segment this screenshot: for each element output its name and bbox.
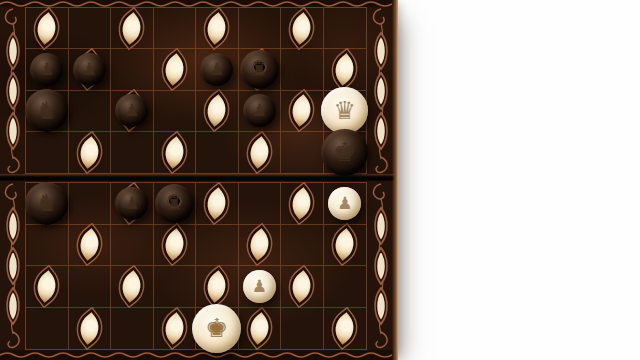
square-g8[interactable] [281,8,324,49]
vine-chain [0,182,26,350]
board-right-edge [392,0,398,360]
board-grid-lower-half: ♞♟♜♟♟♚ [25,182,367,350]
black-pawn[interactable]: ♟ [200,53,233,86]
video-frame: ♟♟♟♜♞♟♟♛♚ ♞♟♜♟♟♚ [0,0,640,360]
piece-glyph: ♟ [252,102,267,119]
vine-border-right-upper [368,7,394,175]
square-h1[interactable] [324,308,367,350]
square-h3[interactable] [324,225,367,267]
white-king[interactable]: ♚ [192,304,241,353]
leaf-inlay [73,229,105,261]
leaf-inlay [286,94,318,126]
square-e8[interactable] [196,8,239,49]
vine-border-left-upper [0,7,26,175]
vine-chain [368,182,394,350]
square-h6[interactable]: ♛ [324,91,367,132]
square-d3[interactable] [154,225,197,267]
square-h7[interactable] [324,49,367,90]
square-b4[interactable] [69,183,112,225]
square-b6[interactable] [69,91,112,132]
white-queen[interactable]: ♛ [321,87,368,134]
vine-border-left-lower [0,182,26,350]
piece-glyph: ♟ [124,195,139,212]
square-a7[interactable]: ♟ [26,49,69,90]
vine-chain [368,7,394,175]
square-g3[interactable] [281,225,324,267]
black-pawn[interactable]: ♟ [115,187,148,220]
piece-glyph: ♚ [333,139,356,165]
square-a1[interactable] [26,308,69,350]
square-d4[interactable]: ♜ [154,183,197,225]
square-d6[interactable] [154,91,197,132]
piece-glyph: ♟ [124,102,139,119]
square-e6[interactable] [196,91,239,132]
piece-glyph: ♟ [337,195,352,212]
black-pawn[interactable]: ♟ [115,94,148,127]
square-b3[interactable] [69,225,112,267]
square-c3[interactable] [111,225,154,267]
square-b2[interactable] [69,266,112,308]
piece-glyph: ♟ [82,61,97,78]
square-e3[interactable] [196,225,239,267]
chess-board: ♟♟♟♜♞♟♟♛♚ ♞♟♜♟♟♚ [0,0,398,360]
leaf-inlay [201,94,233,126]
square-d8[interactable] [154,8,197,49]
square-f6[interactable]: ♟ [239,91,282,132]
leaf-inlay [329,229,361,261]
square-h8[interactable] [324,8,367,49]
square-a8[interactable] [26,8,69,49]
square-b5[interactable] [69,132,112,173]
square-c8[interactable] [111,8,154,49]
square-d7[interactable] [154,49,197,90]
square-f1[interactable] [239,308,282,350]
square-c7[interactable] [111,49,154,90]
square-a5[interactable] [26,132,69,173]
square-g6[interactable] [281,91,324,132]
piece-glyph: ♞ [36,191,58,215]
leaf-inlay [329,53,361,85]
leaf-inlay [201,12,233,44]
square-d5[interactable] [154,132,197,173]
square-g1[interactable] [281,308,324,350]
leaf-inlay [243,312,275,344]
square-e2[interactable] [196,266,239,308]
white-pawn[interactable]: ♟ [328,187,361,220]
square-g2[interactable] [281,266,324,308]
square-c1[interactable] [111,308,154,350]
square-f8[interactable] [239,8,282,49]
piece-glyph: ♜ [165,193,183,213]
leaf-inlay [201,187,233,219]
white-pawn[interactable]: ♟ [243,270,276,303]
black-rook[interactable]: ♜ [155,184,194,223]
square-a4[interactable]: ♞ [26,183,69,225]
square-e7[interactable]: ♟ [196,49,239,90]
square-c2[interactable] [111,266,154,308]
square-f4[interactable] [239,183,282,225]
vine-border-right-lower [368,182,394,350]
square-h2[interactable] [324,266,367,308]
piece-glyph: ♟ [252,278,267,295]
black-pawn[interactable]: ♟ [243,94,276,127]
square-b1[interactable] [69,308,112,350]
wavy-line [0,350,394,360]
square-g4[interactable] [281,183,324,225]
square-h5[interactable]: ♚ [324,132,367,173]
leaf-inlay [31,270,63,302]
square-f5[interactable] [239,132,282,173]
square-a2[interactable] [26,266,69,308]
square-e1[interactable]: ♚ [196,308,239,350]
black-rook[interactable]: ♜ [240,50,279,89]
black-pawn[interactable]: ♟ [30,53,63,86]
leaf-inlay [286,187,318,219]
leaf-inlay [243,136,275,168]
black-pawn[interactable]: ♟ [73,53,106,86]
board-border-bottom-wave [0,350,394,360]
wavy-line [0,0,394,7]
leaf-inlay [286,12,318,44]
piece-glyph: ♜ [250,59,268,79]
leaf-inlay [73,312,105,344]
piece-glyph: ♟ [209,61,224,78]
leaf-inlay [158,136,190,168]
board-border-top-wave [0,0,394,7]
leaf-inlay [73,136,105,168]
black-knight[interactable]: ♞ [25,182,68,225]
leaf-inlay [116,270,148,302]
square-d2[interactable] [154,266,197,308]
square-h4[interactable]: ♟ [324,183,367,225]
leaf-inlay [201,270,233,302]
square-a3[interactable] [26,225,69,267]
leaf-inlay [286,270,318,302]
square-c5[interactable] [111,132,154,173]
square-f2[interactable]: ♟ [239,266,282,308]
square-e4[interactable] [196,183,239,225]
leaf-inlay [158,229,190,261]
leaf-inlay [116,12,148,44]
square-c6[interactable]: ♟ [111,91,154,132]
leaf-inlay [329,312,361,344]
board-grid-upper-half: ♟♟♟♜♞♟♟♛♚ [25,7,367,174]
leaf-inlay [158,53,190,85]
leaf-inlay [31,12,63,44]
black-knight[interactable]: ♞ [25,89,68,132]
leaf-inlay [243,229,275,261]
square-c4[interactable]: ♟ [111,183,154,225]
square-a6[interactable]: ♞ [26,91,69,132]
square-b7[interactable]: ♟ [69,49,112,90]
piece-glyph: ♞ [36,99,58,123]
square-f3[interactable] [239,225,282,267]
piece-glyph: ♛ [334,98,356,123]
piece-glyph: ♟ [39,61,54,78]
square-b8[interactable] [69,8,112,49]
square-g5[interactable] [281,132,324,173]
vine-chain [0,7,26,175]
black-king[interactable]: ♚ [321,129,368,176]
square-e5[interactable] [196,132,239,173]
piece-glyph: ♚ [205,315,228,341]
square-d1[interactable] [154,308,197,350]
leaf-inlay [158,312,190,344]
square-f7[interactable]: ♜ [239,49,282,90]
square-g7[interactable] [281,49,324,90]
